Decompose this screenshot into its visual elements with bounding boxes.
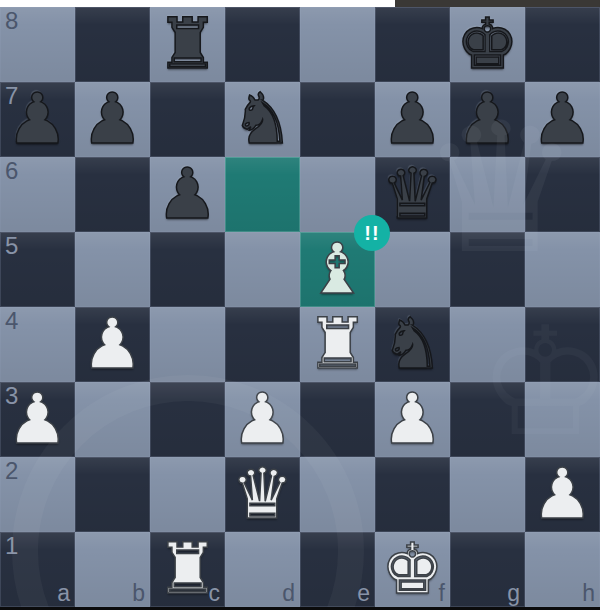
- square-h4[interactable]: [525, 307, 600, 382]
- square-c7[interactable]: [150, 82, 225, 157]
- black-pawn[interactable]: ♟: [375, 82, 450, 157]
- square-e5[interactable]: ♝!!: [300, 232, 375, 307]
- white-pawn[interactable]: ♟: [75, 307, 150, 382]
- square-c3[interactable]: [150, 382, 225, 457]
- white-king[interactable]: ♚: [375, 532, 450, 607]
- square-h6[interactable]: [525, 157, 600, 232]
- square-d4[interactable]: [225, 307, 300, 382]
- square-e1[interactable]: e: [300, 532, 375, 607]
- file-label-e: e: [357, 582, 370, 605]
- black-knight[interactable]: ♞: [375, 307, 450, 382]
- square-c4[interactable]: [150, 307, 225, 382]
- square-a1[interactable]: 1a: [0, 532, 75, 607]
- top-bar-light-segment: [0, 0, 395, 7]
- square-d8[interactable]: [225, 7, 300, 82]
- square-b4[interactable]: ♟: [75, 307, 150, 382]
- square-a3[interactable]: 3♟: [0, 382, 75, 457]
- white-pawn[interactable]: ♟: [525, 457, 600, 532]
- square-b6[interactable]: [75, 157, 150, 232]
- white-queen[interactable]: ♛: [225, 457, 300, 532]
- black-king[interactable]: ♚: [450, 7, 525, 82]
- top-bar: [0, 0, 600, 7]
- square-f3[interactable]: ♟: [375, 382, 450, 457]
- rank-label-2: 2: [5, 459, 18, 483]
- square-a6[interactable]: 6: [0, 157, 75, 232]
- white-rook[interactable]: ♜: [150, 532, 225, 607]
- square-d6[interactable]: [225, 157, 300, 232]
- black-pawn[interactable]: ♟: [525, 82, 600, 157]
- square-g4[interactable]: [450, 307, 525, 382]
- top-bar-dark-segment: [395, 0, 600, 7]
- square-b2[interactable]: [75, 457, 150, 532]
- rank-label-5: 5: [5, 234, 18, 258]
- black-queen[interactable]: ♛: [375, 157, 450, 232]
- square-g1[interactable]: g: [450, 532, 525, 607]
- black-pawn[interactable]: ♟: [75, 82, 150, 157]
- square-h8[interactable]: [525, 7, 600, 82]
- square-h7[interactable]: ♟: [525, 82, 600, 157]
- chess-board[interactable]: 8♜♚7♟♟♞♟♟♟6♟♛5♝!!4♟♜♞3♟♟♟2♛♟1abc♜def♚gh♛…: [0, 7, 600, 607]
- square-c6[interactable]: ♟: [150, 157, 225, 232]
- square-g7[interactable]: ♟: [450, 82, 525, 157]
- square-e3[interactable]: [300, 382, 375, 457]
- white-bishop[interactable]: ♝: [300, 232, 375, 307]
- rank-label-1: 1: [5, 534, 18, 558]
- square-f5[interactable]: [375, 232, 450, 307]
- white-rook[interactable]: ♜: [300, 307, 375, 382]
- square-b3[interactable]: [75, 382, 150, 457]
- square-d1[interactable]: d: [225, 532, 300, 607]
- square-a7[interactable]: 7♟: [0, 82, 75, 157]
- white-pawn[interactable]: ♟: [225, 382, 300, 457]
- black-knight[interactable]: ♞: [225, 82, 300, 157]
- square-a2[interactable]: 2: [0, 457, 75, 532]
- square-b7[interactable]: ♟: [75, 82, 150, 157]
- square-f6[interactable]: ♛: [375, 157, 450, 232]
- square-f8[interactable]: [375, 7, 450, 82]
- square-a5[interactable]: 5: [0, 232, 75, 307]
- square-e8[interactable]: [300, 7, 375, 82]
- white-pawn[interactable]: ♟: [0, 382, 75, 457]
- square-f2[interactable]: [375, 457, 450, 532]
- square-f4[interactable]: ♞: [375, 307, 450, 382]
- square-d2[interactable]: ♛: [225, 457, 300, 532]
- square-e2[interactable]: [300, 457, 375, 532]
- file-label-b: b: [132, 582, 145, 605]
- black-pawn[interactable]: ♟: [0, 82, 75, 157]
- white-pawn[interactable]: ♟: [375, 382, 450, 457]
- file-label-h: h: [582, 582, 595, 605]
- rank-label-6: 6: [5, 159, 18, 183]
- square-d7[interactable]: ♞: [225, 82, 300, 157]
- square-g8[interactable]: ♚: [450, 7, 525, 82]
- square-f1[interactable]: f♚: [375, 532, 450, 607]
- square-c1[interactable]: c♜: [150, 532, 225, 607]
- square-h2[interactable]: ♟: [525, 457, 600, 532]
- square-c5[interactable]: [150, 232, 225, 307]
- square-b5[interactable]: [75, 232, 150, 307]
- square-h5[interactable]: [525, 232, 600, 307]
- square-g5[interactable]: [450, 232, 525, 307]
- square-d5[interactable]: [225, 232, 300, 307]
- square-g3[interactable]: [450, 382, 525, 457]
- square-c8[interactable]: ♜: [150, 7, 225, 82]
- square-c2[interactable]: [150, 457, 225, 532]
- file-label-a: a: [57, 582, 70, 605]
- square-g2[interactable]: [450, 457, 525, 532]
- black-pawn[interactable]: ♟: [150, 157, 225, 232]
- square-f7[interactable]: ♟: [375, 82, 450, 157]
- file-label-g: g: [507, 582, 520, 605]
- square-d3[interactable]: ♟: [225, 382, 300, 457]
- square-e7[interactable]: [300, 82, 375, 157]
- square-g6[interactable]: [450, 157, 525, 232]
- square-e4[interactable]: ♜: [300, 307, 375, 382]
- square-h1[interactable]: h: [525, 532, 600, 607]
- square-b1[interactable]: b: [75, 532, 150, 607]
- square-b8[interactable]: [75, 7, 150, 82]
- rank-label-4: 4: [5, 309, 18, 333]
- square-a8[interactable]: 8: [0, 7, 75, 82]
- square-h3[interactable]: [525, 382, 600, 457]
- file-label-d: d: [282, 582, 295, 605]
- square-e6[interactable]: [300, 157, 375, 232]
- square-a4[interactable]: 4: [0, 307, 75, 382]
- black-rook[interactable]: ♜: [150, 7, 225, 82]
- black-pawn[interactable]: ♟: [450, 82, 525, 157]
- rank-label-8: 8: [5, 9, 18, 33]
